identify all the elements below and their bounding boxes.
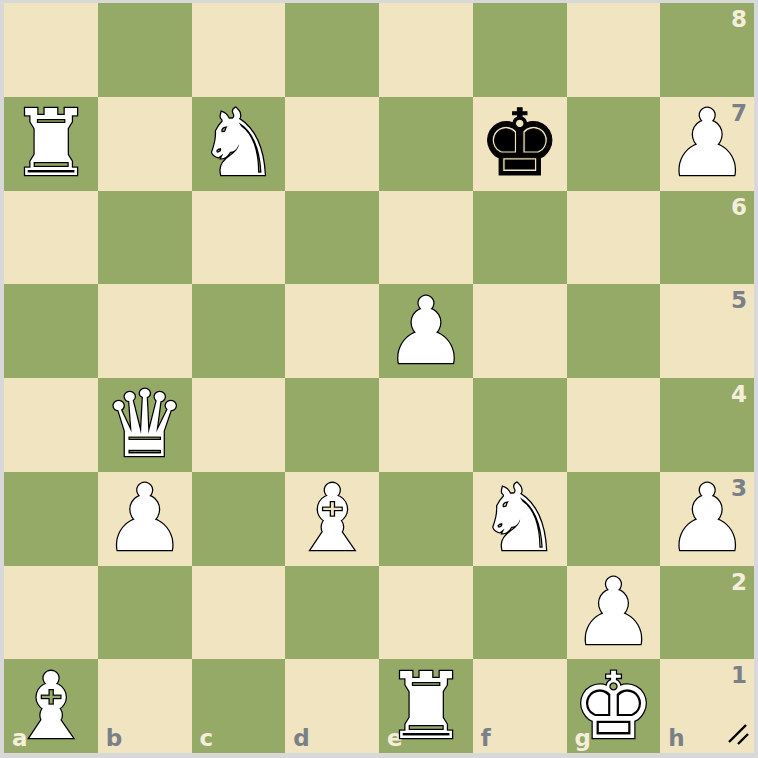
square-h4[interactable]: 4	[660, 378, 754, 472]
square-d8[interactable]	[285, 3, 379, 97]
square-f6[interactable]	[473, 191, 567, 285]
file-label-h: h	[668, 727, 684, 750]
rank-label-6: 6	[731, 196, 747, 219]
resize-handle-icon[interactable]	[725, 721, 749, 749]
square-d2[interactable]	[285, 566, 379, 660]
square-c7[interactable]: ♞	[192, 97, 286, 191]
square-b5[interactable]	[98, 284, 192, 378]
piece-white-knight[interactable]: ♞	[478, 472, 560, 565]
square-f3[interactable]: ♞	[473, 472, 567, 566]
square-b3[interactable]: ♟	[98, 472, 192, 566]
square-b6[interactable]	[98, 191, 192, 285]
square-f8[interactable]	[473, 3, 567, 97]
square-h6[interactable]: 6	[660, 191, 754, 285]
square-e4[interactable]	[379, 378, 473, 472]
square-g4[interactable]	[567, 378, 661, 472]
file-label-f: f	[481, 727, 491, 750]
square-h7[interactable]: 7♟	[660, 97, 754, 191]
chess-board: 8♜♞♚7♟6♟5♛4♟♝♞3♟♟2a♝bcde♜fg♚1h	[4, 3, 754, 753]
square-f5[interactable]	[473, 284, 567, 378]
rank-label-2: 2	[731, 571, 747, 594]
square-a8[interactable]	[4, 3, 98, 97]
square-c3[interactable]	[192, 472, 286, 566]
square-d1[interactable]: d	[285, 659, 379, 753]
square-b1[interactable]: b	[98, 659, 192, 753]
square-g7[interactable]	[567, 97, 661, 191]
file-label-c: c	[200, 727, 214, 750]
piece-white-bishop[interactable]: ♝	[10, 660, 92, 753]
square-d4[interactable]	[285, 378, 379, 472]
square-c2[interactable]	[192, 566, 286, 660]
square-h1[interactable]: 1h	[660, 659, 754, 753]
piece-white-bishop[interactable]: ♝	[291, 472, 373, 565]
square-e8[interactable]	[379, 3, 473, 97]
square-h3[interactable]: 3♟	[660, 472, 754, 566]
square-a2[interactable]	[4, 566, 98, 660]
square-b4[interactable]: ♛	[98, 378, 192, 472]
rank-label-1: 1	[731, 664, 747, 687]
square-e2[interactable]	[379, 566, 473, 660]
square-a7[interactable]: ♜	[4, 97, 98, 191]
piece-white-rook[interactable]: ♜	[385, 660, 467, 753]
square-f2[interactable]	[473, 566, 567, 660]
square-a6[interactable]	[4, 191, 98, 285]
file-label-b: b	[106, 727, 122, 750]
square-h2[interactable]: 2	[660, 566, 754, 660]
square-g3[interactable]	[567, 472, 661, 566]
rank-label-5: 5	[731, 289, 747, 312]
piece-black-king[interactable]: ♚	[478, 97, 560, 190]
square-g1[interactable]: g♚	[567, 659, 661, 753]
square-c1[interactable]: c	[192, 659, 286, 753]
square-d7[interactable]	[285, 97, 379, 191]
square-b2[interactable]	[98, 566, 192, 660]
rank-label-4: 4	[731, 383, 747, 406]
square-e6[interactable]	[379, 191, 473, 285]
square-b7[interactable]	[98, 97, 192, 191]
square-a1[interactable]: a♝	[4, 659, 98, 753]
piece-white-knight[interactable]: ♞	[197, 97, 279, 190]
square-f1[interactable]: f	[473, 659, 567, 753]
square-d5[interactable]	[285, 284, 379, 378]
square-f4[interactable]	[473, 378, 567, 472]
square-b8[interactable]	[98, 3, 192, 97]
square-c8[interactable]	[192, 3, 286, 97]
square-e1[interactable]: e♜	[379, 659, 473, 753]
piece-white-rook[interactable]: ♜	[10, 97, 92, 190]
square-e5[interactable]: ♟	[379, 284, 473, 378]
rank-label-8: 8	[731, 8, 747, 31]
piece-white-pawn[interactable]: ♟	[666, 472, 748, 565]
square-d6[interactable]	[285, 191, 379, 285]
square-g8[interactable]	[567, 3, 661, 97]
square-a4[interactable]	[4, 378, 98, 472]
piece-white-queen[interactable]: ♛	[103, 378, 185, 471]
square-h8[interactable]: 8	[660, 3, 754, 97]
square-g6[interactable]	[567, 191, 661, 285]
square-d3[interactable]: ♝	[285, 472, 379, 566]
square-c5[interactable]	[192, 284, 286, 378]
square-a5[interactable]	[4, 284, 98, 378]
piece-white-pawn[interactable]: ♟	[385, 285, 467, 378]
square-e7[interactable]	[379, 97, 473, 191]
square-c6[interactable]	[192, 191, 286, 285]
square-e3[interactable]	[379, 472, 473, 566]
piece-white-pawn[interactable]: ♟	[666, 97, 748, 190]
square-c4[interactable]	[192, 378, 286, 472]
square-a3[interactable]	[4, 472, 98, 566]
file-label-d: d	[293, 727, 309, 750]
square-g5[interactable]	[567, 284, 661, 378]
square-g2[interactable]: ♟	[567, 566, 661, 660]
piece-white-pawn[interactable]: ♟	[103, 472, 185, 565]
piece-white-king[interactable]: ♚	[572, 660, 654, 753]
square-f7[interactable]: ♚	[473, 97, 567, 191]
piece-white-pawn[interactable]: ♟	[572, 566, 654, 659]
square-h5[interactable]: 5	[660, 284, 754, 378]
